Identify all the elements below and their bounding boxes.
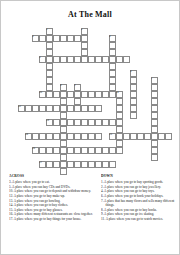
- numbered-cell-overlay: 2: [81, 28, 88, 35]
- grid-cell[interactable]: [109, 77, 116, 84]
- grid-cell[interactable]: [130, 84, 137, 91]
- grid-cell[interactable]: [74, 147, 81, 154]
- grid-cell[interactable]: [116, 133, 123, 140]
- across-header: ACROSS: [9, 174, 97, 179]
- grid-cell[interactable]: [60, 133, 67, 140]
- numbered-cell-overlay: 17: [39, 161, 46, 168]
- numbered-cell-overlay: 15: [109, 133, 116, 140]
- grid-cell[interactable]: [74, 56, 81, 63]
- grid-cell[interactable]: [109, 70, 116, 77]
- grid-cell[interactable]: [53, 35, 60, 42]
- page-title: At The Mall: [1, 10, 179, 19]
- grid-cell[interactable]: [81, 56, 88, 63]
- grid-cell[interactable]: [109, 147, 116, 154]
- grid-cell[interactable]: [109, 56, 116, 63]
- grid-cell[interactable]: [67, 35, 74, 42]
- numbered-cell-overlay: 11: [116, 91, 123, 98]
- grid-cell[interactable]: [151, 91, 158, 98]
- grid-cell[interactable]: [109, 84, 116, 91]
- grid-cell[interactable]: [144, 133, 151, 140]
- grid-cell[interactable]: [81, 119, 88, 126]
- grid-cell[interactable]: [74, 105, 81, 112]
- numbered-cell-overlay: 16: [32, 147, 39, 154]
- numbered-cell-overlay: 12: [18, 105, 25, 112]
- grid-cell[interactable]: [25, 105, 32, 112]
- grid-cell[interactable]: [102, 147, 109, 154]
- grid-cell[interactable]: [88, 91, 95, 98]
- numbered-cell-overlay: 5: [39, 56, 46, 63]
- grid-cell[interactable]: [88, 119, 95, 126]
- clue-number: 15: [109, 133, 112, 136]
- clue-number: 13: [46, 119, 49, 122]
- grid-cell[interactable]: [60, 35, 67, 42]
- grid-cell[interactable]: [60, 126, 67, 133]
- down-clue: 11. A place where you can go to watch mo…: [101, 216, 179, 221]
- grid-cell[interactable]: [60, 98, 67, 105]
- numbered-cell-overlay: 13: [46, 119, 53, 126]
- clue-number: 9: [74, 84, 76, 87]
- grid-cell[interactable]: [53, 161, 60, 168]
- down-header: DOWN: [101, 174, 179, 179]
- grid-cell[interactable]: [151, 126, 158, 133]
- grid-cell[interactable]: [46, 49, 53, 56]
- grid-cell[interactable]: [130, 133, 137, 140]
- clue-number: 10: [39, 91, 42, 94]
- grid-cell[interactable]: [95, 161, 102, 168]
- numbered-cell-overlay: 3: [32, 35, 39, 42]
- grid-cell[interactable]: [88, 133, 95, 140]
- crossword-grid: 1234567891011121314151617: [11, 28, 173, 176]
- clue-number: 7: [151, 77, 153, 80]
- grid-cell[interactable]: [95, 119, 102, 126]
- grid-cell[interactable]: [32, 133, 39, 140]
- grid-cell[interactable]: [116, 119, 123, 126]
- clue-number: 17: [39, 161, 42, 164]
- grid-cell[interactable]: [60, 91, 67, 98]
- numbered-cell-overlay: 6: [130, 70, 137, 77]
- grid-cell[interactable]: [151, 140, 158, 147]
- grid-cell[interactable]: [39, 133, 46, 140]
- grid-cell[interactable]: [165, 133, 172, 140]
- grid-cell[interactable]: [74, 91, 81, 98]
- grid-cell[interactable]: [67, 147, 74, 154]
- grid-cell[interactable]: [102, 119, 109, 126]
- grid-cell[interactable]: [53, 147, 60, 154]
- grid-cell[interactable]: [74, 35, 81, 42]
- grid-cell[interactable]: [60, 105, 67, 112]
- grid-cell[interactable]: [116, 105, 123, 112]
- grid-cell[interactable]: [46, 70, 53, 77]
- grid-cell[interactable]: [81, 161, 88, 168]
- numbered-cell-overlay: 4: [109, 35, 116, 42]
- grid-cell[interactable]: [39, 147, 46, 154]
- grid-cell[interactable]: [151, 98, 158, 105]
- grid-cell[interactable]: [123, 133, 130, 140]
- grid-cell[interactable]: [46, 35, 53, 42]
- clue-number: 16: [32, 147, 35, 150]
- grid-cell[interactable]: [32, 105, 39, 112]
- grid-cell[interactable]: [67, 119, 74, 126]
- grid-cell[interactable]: [95, 56, 102, 63]
- grid-cell[interactable]: [151, 154, 158, 161]
- numbered-cell-overlay: 8: [60, 84, 67, 91]
- grid-cell[interactable]: [60, 161, 67, 168]
- grid-cell[interactable]: [116, 140, 123, 147]
- grid-cell[interactable]: [116, 112, 123, 119]
- grid-cell[interactable]: [46, 42, 53, 49]
- across-clue: 17. A place where you go to buy things f…: [9, 216, 97, 221]
- grid-cell[interactable]: [46, 105, 53, 112]
- grid-cell[interactable]: [81, 49, 88, 56]
- grid-cell[interactable]: [95, 91, 102, 98]
- clue-number: 8: [60, 84, 62, 87]
- grid-cell[interactable]: [123, 56, 130, 63]
- grid-cell[interactable]: [151, 105, 158, 112]
- grid-cell[interactable]: [81, 91, 88, 98]
- grid-cell[interactable]: [130, 91, 137, 98]
- grid-cell[interactable]: [109, 161, 116, 168]
- worksheet-page: At The Mall 1234567891011121314151617 AC…: [0, 0, 180, 255]
- numbered-cell-overlay: 10: [39, 91, 46, 98]
- grid-cell[interactable]: [102, 91, 109, 98]
- grid-cell[interactable]: [53, 56, 60, 63]
- grid-cell[interactable]: [74, 161, 81, 168]
- grid-cell[interactable]: [130, 98, 137, 105]
- grid-cell[interactable]: [130, 105, 137, 112]
- grid-cell[interactable]: [46, 161, 53, 168]
- grid-cell[interactable]: [109, 49, 116, 56]
- grid-cell[interactable]: [46, 147, 53, 154]
- grid-cell[interactable]: [39, 105, 46, 112]
- grid-cell[interactable]: [151, 147, 158, 154]
- grid-cell[interactable]: [81, 105, 88, 112]
- grid-cell[interactable]: [46, 77, 53, 84]
- grid-cell[interactable]: [53, 105, 60, 112]
- grid-cell[interactable]: [60, 56, 67, 63]
- grid-cell[interactable]: [88, 56, 95, 63]
- grid-cell[interactable]: [130, 112, 137, 119]
- grid-cell[interactable]: [81, 133, 88, 140]
- grid-cell[interactable]: [109, 119, 116, 126]
- grid-cell[interactable]: [81, 35, 88, 42]
- down-clue: 7. A place that has many floors and sell…: [101, 198, 179, 207]
- grid-cell[interactable]: [67, 105, 74, 112]
- grid-cell[interactable]: [67, 56, 74, 63]
- clue-number: 11: [116, 91, 119, 94]
- grid-cell[interactable]: [95, 105, 102, 112]
- grid-cell[interactable]: [102, 56, 109, 63]
- clue-number: 2: [81, 28, 83, 31]
- grid-cell[interactable]: [60, 119, 67, 126]
- grid-cell[interactable]: [60, 154, 67, 161]
- grid-cell[interactable]: [46, 91, 53, 98]
- grid-cell[interactable]: [53, 133, 60, 140]
- clue-number: 4: [109, 35, 111, 38]
- grid-cell[interactable]: [88, 105, 95, 112]
- grid-cell[interactable]: [109, 91, 116, 98]
- grid-cell[interactable]: [81, 147, 88, 154]
- grid-cell[interactable]: [88, 147, 95, 154]
- grid-cell[interactable]: [74, 133, 81, 140]
- numbered-cell-overlay: 9: [74, 84, 81, 91]
- grid-cell[interactable]: [67, 161, 74, 168]
- clue-number: 14: [25, 133, 28, 136]
- clue-number: 1: [46, 28, 48, 31]
- grid-cell[interactable]: [102, 161, 109, 168]
- grid-cell[interactable]: [46, 133, 53, 140]
- grid-cell[interactable]: [88, 161, 95, 168]
- grid-cell[interactable]: [46, 56, 53, 63]
- grid-cell[interactable]: [67, 91, 74, 98]
- grid-cell[interactable]: [151, 84, 158, 91]
- numbered-cell-overlay: 14: [25, 133, 32, 140]
- grid-cell[interactable]: [116, 98, 123, 105]
- grid-cell[interactable]: [46, 84, 53, 91]
- across-clues-section: ACROSS 3. A place where you go to eat.5.…: [9, 174, 97, 255]
- across-clue-list: 3. A place where you go to eat.5. A plac…: [9, 179, 97, 220]
- clue-number: 5: [39, 56, 41, 59]
- grid-cell[interactable]: [60, 147, 67, 154]
- grid-cell[interactable]: [81, 42, 88, 49]
- grid-cell[interactable]: [53, 91, 60, 98]
- grid-cell[interactable]: [137, 133, 144, 140]
- numbered-cell-overlay: 7: [151, 77, 158, 84]
- grid-cell[interactable]: [151, 112, 158, 119]
- grid-cell[interactable]: [60, 140, 67, 147]
- grid-cell[interactable]: [109, 63, 116, 70]
- grid-cell[interactable]: [151, 119, 158, 126]
- grid-cell[interactable]: [116, 126, 123, 133]
- numbered-cell-overlay: 1: [46, 28, 53, 35]
- grid-cell[interactable]: [158, 133, 165, 140]
- down-clues-section: DOWN 1. A place where you go to buy spor…: [101, 174, 179, 255]
- grid-cell[interactable]: [151, 133, 158, 140]
- down-clue-list: 1. A place where you go to buy sporting …: [101, 179, 179, 220]
- grid-cell[interactable]: [116, 56, 123, 63]
- grid-cell[interactable]: [53, 119, 60, 126]
- grid-cell[interactable]: [60, 112, 67, 119]
- clue-number: 3: [32, 35, 34, 38]
- grid-cell[interactable]: [46, 63, 53, 70]
- grid-cell[interactable]: [74, 119, 81, 126]
- grid-cell[interactable]: [95, 133, 102, 140]
- clue-number: 6: [130, 70, 132, 73]
- clue-number: 12: [18, 105, 21, 108]
- grid-cell[interactable]: [130, 77, 137, 84]
- grid-cell[interactable]: [95, 147, 102, 154]
- grid-cell[interactable]: [39, 35, 46, 42]
- grid-cell[interactable]: [109, 42, 116, 49]
- grid-cell[interactable]: [67, 133, 74, 140]
- grid-cell[interactable]: [116, 147, 123, 154]
- grid-cell[interactable]: [74, 98, 81, 105]
